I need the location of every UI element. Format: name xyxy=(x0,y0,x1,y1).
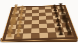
square-h4 xyxy=(31,33,40,38)
square-h3 xyxy=(22,33,31,39)
square-d7: ♟ xyxy=(53,15,61,19)
chess-set-photo: ♜♟♟♜♞♟♟♞♝♟♟♝♛♟♟♛♚♟♟♚♝♟♟♝♞♟♟♞♜♟♟♜ xyxy=(0,0,78,43)
square-h8: ♜ xyxy=(64,32,74,37)
white-pawn-f2: ♟ xyxy=(16,21,24,29)
square-h1: ♜ xyxy=(5,34,15,40)
chess-board: ♜♟♟♜♞♟♟♞♝♟♟♝♛♟♟♛♚♟♟♚♝♟♟♝♞♟♟♞♜♟♟♜ xyxy=(2,5,78,41)
square-h6 xyxy=(48,32,57,37)
board-scene: ♜♟♟♜♞♟♟♞♝♟♟♝♛♟♟♛♚♟♟♚♝♟♟♝♞♟♟♞♜♟♟♜ xyxy=(0,0,78,43)
